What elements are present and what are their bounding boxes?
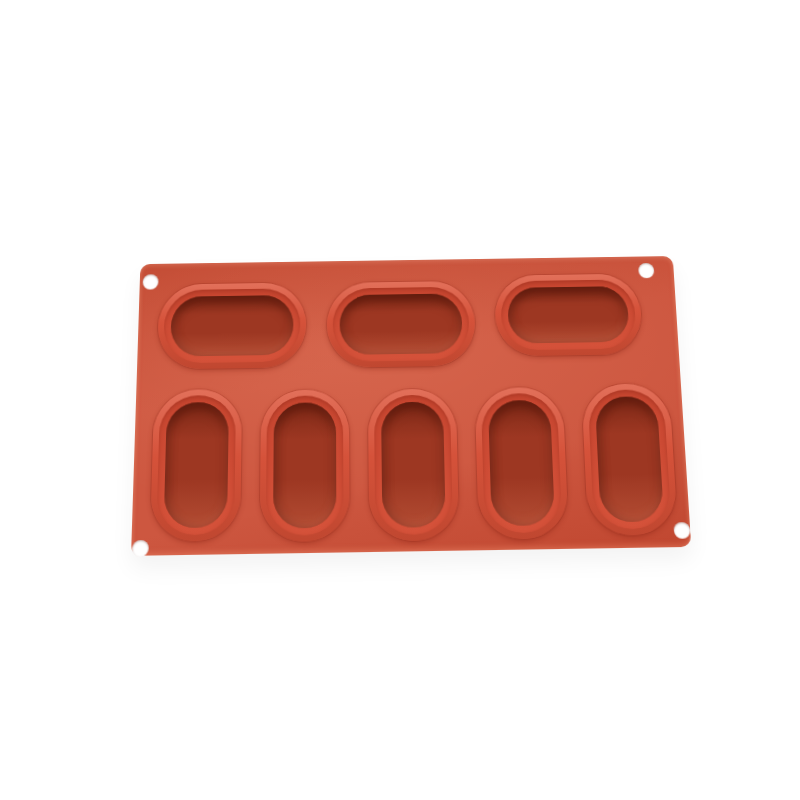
cavity-hollow xyxy=(340,293,463,355)
mold-cavity-top-2 xyxy=(327,281,476,368)
hanging-hole-top-right xyxy=(638,263,655,278)
mold-cavity-bottom-3 xyxy=(368,388,459,541)
cavity-hollow xyxy=(170,295,293,357)
mold-cavity-top-3 xyxy=(494,274,643,357)
mold-cavity-bottom-5 xyxy=(581,383,678,536)
hanging-hole-top-left xyxy=(143,274,159,289)
cavity-hollow xyxy=(164,402,229,528)
mold-cavity-bottom-1 xyxy=(150,389,242,542)
cavity-hollow xyxy=(381,401,446,527)
cavity-hollow xyxy=(507,286,630,344)
cavity-hollow xyxy=(273,402,336,528)
silicone-mold xyxy=(131,256,691,556)
hanging-hole-bottom-left xyxy=(132,540,149,557)
photo-backdrop xyxy=(0,0,800,800)
mold-cavity-bottom-4 xyxy=(475,387,569,540)
hanging-hole-bottom-right xyxy=(673,522,690,539)
mold-cavity-top-1 xyxy=(157,282,306,369)
cavity-hollow xyxy=(595,396,664,522)
mold-cavity-bottom-2 xyxy=(260,389,350,542)
cavity-hollow xyxy=(488,400,555,526)
